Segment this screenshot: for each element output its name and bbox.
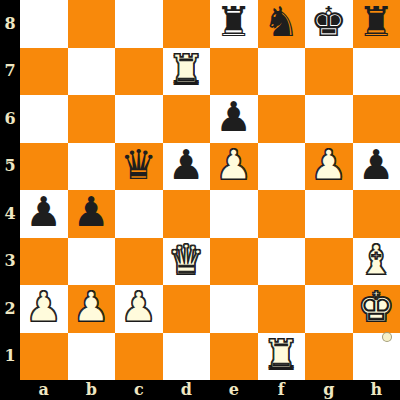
piece-black-pawn[interactable]: ♟: [73, 192, 110, 233]
square-c2[interactable]: ♟: [115, 285, 163, 333]
square-e6[interactable]: ♟: [210, 95, 258, 143]
piece-white-pawn[interactable]: ♟: [310, 145, 347, 186]
square-e2[interactable]: [210, 285, 258, 333]
rank-label-8: 8: [0, 0, 20, 48]
rank-label-1: 1: [0, 333, 20, 381]
square-a8[interactable]: [20, 0, 68, 48]
piece-black-pawn[interactable]: ♟: [25, 192, 62, 233]
piece-black-rook[interactable]: ♜: [358, 2, 395, 43]
square-e5[interactable]: ♟: [210, 143, 258, 191]
square-c1[interactable]: [115, 333, 163, 381]
square-g8[interactable]: ♚: [305, 0, 353, 48]
square-h2[interactable]: ♚: [353, 285, 400, 333]
square-a4[interactable]: ♟: [20, 190, 68, 238]
rank-label-4: 4: [0, 190, 20, 238]
file-label-a: a: [20, 380, 68, 400]
file-label-f: f: [258, 380, 306, 400]
square-b1[interactable]: [68, 333, 116, 381]
file-label-g: g: [305, 380, 353, 400]
file-label-d: d: [163, 380, 211, 400]
piece-black-queen[interactable]: ♛: [120, 145, 157, 186]
square-a5[interactable]: [20, 143, 68, 191]
square-c3[interactable]: [115, 238, 163, 286]
piece-white-pawn[interactable]: ♟: [215, 145, 252, 186]
square-e1[interactable]: [210, 333, 258, 381]
square-a1[interactable]: [20, 333, 68, 381]
square-a6[interactable]: [20, 95, 68, 143]
square-e3[interactable]: [210, 238, 258, 286]
file-label-b: b: [68, 380, 116, 400]
square-g2[interactable]: [305, 285, 353, 333]
piece-white-rook[interactable]: ♜: [263, 335, 300, 376]
square-b4[interactable]: ♟: [68, 190, 116, 238]
rank-labels: 87654321: [0, 0, 20, 380]
square-f7[interactable]: [258, 48, 306, 96]
piece-black-pawn[interactable]: ♟: [215, 97, 252, 138]
square-c5[interactable]: ♛: [115, 143, 163, 191]
square-e4[interactable]: [210, 190, 258, 238]
square-g3[interactable]: [305, 238, 353, 286]
piece-white-king[interactable]: ♚: [358, 287, 395, 328]
square-g7[interactable]: [305, 48, 353, 96]
rank-label-5: 5: [0, 143, 20, 191]
square-f5[interactable]: [258, 143, 306, 191]
piece-white-queen[interactable]: ♛: [168, 240, 205, 281]
square-b2[interactable]: ♟: [68, 285, 116, 333]
square-c7[interactable]: [115, 48, 163, 96]
square-a7[interactable]: [20, 48, 68, 96]
rank-label-7: 7: [0, 48, 20, 96]
file-label-e: e: [210, 380, 258, 400]
square-b7[interactable]: [68, 48, 116, 96]
white-to-move-indicator: [382, 332, 392, 342]
square-b8[interactable]: [68, 0, 116, 48]
square-b3[interactable]: [68, 238, 116, 286]
square-f1[interactable]: ♜: [258, 333, 306, 381]
file-label-h: h: [353, 380, 400, 400]
chess-puzzle-screenshot: 87654321 ♜♞♚♜♜♟♛♟♟♟♟♟♟♛♝♟♟♟♚♜ abcdefgh: [0, 0, 400, 400]
square-g4[interactable]: [305, 190, 353, 238]
square-f2[interactable]: [258, 285, 306, 333]
square-h6[interactable]: [353, 95, 400, 143]
square-b6[interactable]: [68, 95, 116, 143]
square-d5[interactable]: ♟: [163, 143, 211, 191]
square-d4[interactable]: [163, 190, 211, 238]
square-h5[interactable]: ♟: [353, 143, 400, 191]
piece-black-rook[interactable]: ♜: [215, 2, 252, 43]
square-g6[interactable]: [305, 95, 353, 143]
file-labels: abcdefgh: [20, 380, 400, 400]
square-c6[interactable]: [115, 95, 163, 143]
piece-black-knight[interactable]: ♞: [263, 2, 300, 43]
square-e8[interactable]: ♜: [210, 0, 258, 48]
square-f3[interactable]: [258, 238, 306, 286]
square-f4[interactable]: [258, 190, 306, 238]
square-h4[interactable]: [353, 190, 400, 238]
square-d6[interactable]: [163, 95, 211, 143]
square-d1[interactable]: [163, 333, 211, 381]
square-f6[interactable]: [258, 95, 306, 143]
square-c4[interactable]: [115, 190, 163, 238]
square-e7[interactable]: [210, 48, 258, 96]
square-g1[interactable]: [305, 333, 353, 381]
rank-label-3: 3: [0, 238, 20, 286]
square-d3[interactable]: ♛: [163, 238, 211, 286]
piece-black-pawn[interactable]: ♟: [358, 145, 395, 186]
square-c8[interactable]: [115, 0, 163, 48]
piece-white-rook[interactable]: ♜: [168, 50, 205, 91]
piece-black-pawn[interactable]: ♟: [168, 145, 205, 186]
file-label-c: c: [115, 380, 163, 400]
square-f8[interactable]: ♞: [258, 0, 306, 48]
piece-white-pawn[interactable]: ♟: [120, 287, 157, 328]
rank-label-2: 2: [0, 285, 20, 333]
square-a2[interactable]: ♟: [20, 285, 68, 333]
piece-white-bishop[interactable]: ♝: [358, 240, 395, 281]
square-h1[interactable]: [353, 333, 400, 381]
square-a3[interactable]: [20, 238, 68, 286]
square-d7[interactable]: ♜: [163, 48, 211, 96]
square-d8[interactable]: [163, 0, 211, 48]
square-b5[interactable]: [68, 143, 116, 191]
square-g5[interactable]: ♟: [305, 143, 353, 191]
square-h7[interactable]: [353, 48, 400, 96]
square-h3[interactable]: ♝: [353, 238, 400, 286]
square-h8[interactable]: ♜: [353, 0, 400, 48]
square-d2[interactable]: [163, 285, 211, 333]
rank-label-6: 6: [0, 95, 20, 143]
piece-white-pawn[interactable]: ♟: [25, 287, 62, 328]
chess-board[interactable]: ♜♞♚♜♜♟♛♟♟♟♟♟♟♛♝♟♟♟♚♜: [20, 0, 400, 380]
piece-white-pawn[interactable]: ♟: [73, 287, 110, 328]
piece-black-king[interactable]: ♚: [310, 2, 347, 43]
